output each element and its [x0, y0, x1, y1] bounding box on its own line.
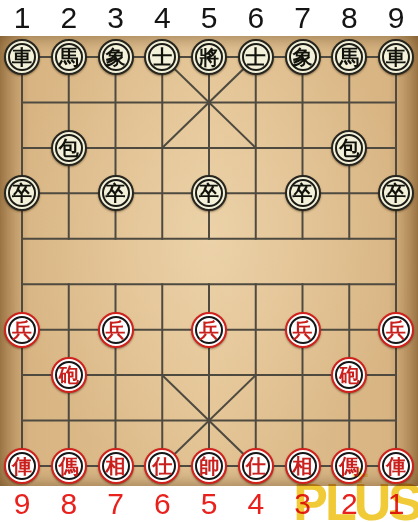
piece-red-soldier[interactable]: 兵: [191, 312, 227, 348]
piece-glyph: 砲: [59, 365, 79, 385]
piece-glyph: 卒: [386, 183, 406, 203]
piece-red-soldier[interactable]: 兵: [4, 312, 40, 348]
piece-black-cannon[interactable]: 包: [331, 130, 367, 166]
piece-glyph: 兵: [12, 320, 32, 340]
piece-glyph: 車: [12, 47, 32, 67]
top-file-label-6: 6: [247, 3, 264, 33]
watermark-plus-logo: +PLUS: [293, 476, 418, 522]
piece-glyph: 兵: [293, 320, 313, 340]
piece-glyph: 卒: [293, 183, 313, 203]
piece-red-advisor[interactable]: 仕: [144, 448, 180, 484]
bottom-file-label-5: 5: [201, 489, 218, 519]
piece-glyph: 車: [386, 47, 406, 67]
top-file-label-2: 2: [60, 3, 77, 33]
top-file-label-8: 8: [341, 3, 358, 33]
top-file-label-9: 9: [388, 3, 405, 33]
piece-glyph: 士: [246, 47, 266, 67]
piece-red-cannon[interactable]: 砲: [51, 357, 87, 393]
piece-glyph: 包: [59, 138, 79, 158]
piece-red-elephant[interactable]: 相: [98, 448, 134, 484]
top-file-label-3: 3: [107, 3, 124, 33]
piece-red-advisor[interactable]: 仕: [238, 448, 274, 484]
piece-glyph: 馬: [59, 47, 79, 67]
piece-glyph: 將: [199, 47, 219, 67]
piece-glyph: 俥: [12, 456, 32, 476]
piece-black-soldier[interactable]: 卒: [98, 175, 134, 211]
piece-glyph: 馬: [339, 47, 359, 67]
top-file-label-1: 1: [14, 3, 31, 33]
piece-black-elephant[interactable]: 象: [98, 39, 134, 75]
piece-glyph: 包: [339, 138, 359, 158]
piece-glyph: 仕: [152, 456, 172, 476]
bottom-file-label-7: 7: [107, 489, 124, 519]
piece-glyph: 象: [293, 47, 313, 67]
bottom-file-label-8: 8: [60, 489, 77, 519]
piece-red-soldier[interactable]: 兵: [378, 312, 414, 348]
piece-glyph: 卒: [12, 183, 32, 203]
piece-black-horse[interactable]: 馬: [51, 39, 87, 75]
xiangqi-app: 123456789 987654321 車馬象士將士象馬車包包卒卒卒卒卒兵兵兵兵…: [0, 0, 418, 522]
piece-red-soldier[interactable]: 兵: [98, 312, 134, 348]
bottom-file-label-9: 9: [14, 489, 31, 519]
bottom-file-label-4: 4: [247, 489, 264, 519]
piece-glyph: 兵: [106, 320, 126, 340]
piece-black-advisor[interactable]: 士: [144, 39, 180, 75]
plus-icon: +: [352, 460, 370, 490]
piece-glyph: 卒: [106, 183, 126, 203]
piece-glyph: 傌: [59, 456, 79, 476]
piece-glyph: 象: [106, 47, 126, 67]
piece-red-general[interactable]: 帥: [191, 448, 227, 484]
top-file-label-7: 7: [294, 3, 311, 33]
piece-red-horse[interactable]: 傌: [51, 448, 87, 484]
piece-black-advisor[interactable]: 士: [238, 39, 274, 75]
piece-black-soldier[interactable]: 卒: [285, 175, 321, 211]
piece-black-cannon[interactable]: 包: [51, 130, 87, 166]
piece-glyph: 仕: [246, 456, 266, 476]
piece-glyph: 兵: [386, 320, 406, 340]
piece-black-horse[interactable]: 馬: [331, 39, 367, 75]
piece-black-chariot[interactable]: 車: [378, 39, 414, 75]
bottom-file-label-6: 6: [154, 489, 171, 519]
piece-glyph: 帥: [199, 456, 219, 476]
piece-black-chariot[interactable]: 車: [4, 39, 40, 75]
xiangqi-board: [0, 36, 418, 486]
top-file-label-4: 4: [154, 3, 171, 33]
piece-glyph: 卒: [199, 183, 219, 203]
piece-glyph: 相: [106, 456, 126, 476]
piece-black-elephant[interactable]: 象: [285, 39, 321, 75]
piece-black-general[interactable]: 將: [191, 39, 227, 75]
piece-red-soldier[interactable]: 兵: [285, 312, 321, 348]
piece-glyph: 砲: [339, 365, 359, 385]
piece-red-chariot[interactable]: 俥: [4, 448, 40, 484]
top-file-label-5: 5: [201, 3, 218, 33]
piece-glyph: 兵: [199, 320, 219, 340]
piece-glyph: 士: [152, 47, 172, 67]
